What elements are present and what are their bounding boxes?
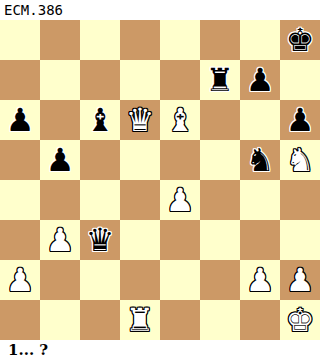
white-pawn[interactable]: ♟ [286,260,315,300]
square-f5[interactable] [200,140,240,180]
square-c8[interactable] [80,20,120,60]
square-a1[interactable] [0,300,40,340]
square-f8[interactable] [200,20,240,60]
diagram-title: ECM.386 [0,0,320,20]
square-a8[interactable] [0,20,40,60]
square-c1[interactable] [80,300,120,340]
square-e5[interactable] [160,140,200,180]
square-g2[interactable]: ♟ [240,260,280,300]
white-pawn[interactable]: ♟ [6,260,35,300]
white-pawn[interactable]: ♟ [166,180,195,220]
square-d6[interactable]: ♛ [120,100,160,140]
square-b4[interactable] [40,180,80,220]
square-e6[interactable]: ♝ [160,100,200,140]
square-b7[interactable] [40,60,80,100]
black-pawn[interactable]: ♟ [6,100,35,140]
square-a5[interactable] [0,140,40,180]
white-bishop[interactable]: ♝ [166,100,195,140]
white-queen[interactable]: ♛ [126,100,155,140]
square-e3[interactable] [160,220,200,260]
square-d7[interactable] [120,60,160,100]
square-c4[interactable] [80,180,120,220]
square-g5[interactable]: ♞ [240,140,280,180]
square-g4[interactable] [240,180,280,220]
black-pawn[interactable]: ♟ [46,140,75,180]
square-c3[interactable]: ♛ [80,220,120,260]
white-pawn[interactable]: ♟ [46,220,75,260]
square-h2[interactable]: ♟ [280,260,320,300]
square-h3[interactable] [280,220,320,260]
square-h4[interactable] [280,180,320,220]
square-c7[interactable] [80,60,120,100]
square-g3[interactable] [240,220,280,260]
square-e8[interactable] [160,20,200,60]
square-e2[interactable] [160,260,200,300]
square-c5[interactable] [80,140,120,180]
black-pawn[interactable]: ♟ [286,100,315,140]
square-a4[interactable] [0,180,40,220]
square-b2[interactable] [40,260,80,300]
square-b8[interactable] [40,20,80,60]
square-b6[interactable] [40,100,80,140]
square-a6[interactable]: ♟ [0,100,40,140]
black-rook[interactable]: ♜ [206,60,235,100]
square-c6[interactable]: ♝ [80,100,120,140]
white-rook[interactable]: ♜ [126,300,155,340]
square-g1[interactable] [240,300,280,340]
square-f6[interactable] [200,100,240,140]
black-queen[interactable]: ♛ [86,220,115,260]
chess-board: ♚♜♟♟♝♛♝♟♟♞♞♟♟♛♟♟♟♜♚ [0,20,320,340]
square-h5[interactable]: ♞ [280,140,320,180]
black-knight[interactable]: ♞ [246,140,275,180]
square-h6[interactable]: ♟ [280,100,320,140]
white-king[interactable]: ♚ [286,300,315,340]
square-b3[interactable]: ♟ [40,220,80,260]
black-pawn[interactable]: ♟ [246,60,275,100]
square-g8[interactable] [240,20,280,60]
square-a7[interactable] [0,60,40,100]
square-h1[interactable]: ♚ [280,300,320,340]
square-d8[interactable] [120,20,160,60]
square-e1[interactable] [160,300,200,340]
square-e7[interactable] [160,60,200,100]
white-knight[interactable]: ♞ [286,140,315,180]
square-g7[interactable]: ♟ [240,60,280,100]
black-king[interactable]: ♚ [286,20,315,60]
square-b5[interactable]: ♟ [40,140,80,180]
square-f3[interactable] [200,220,240,260]
square-h8[interactable]: ♚ [280,20,320,60]
square-h7[interactable] [280,60,320,100]
square-f2[interactable] [200,260,240,300]
square-d4[interactable] [120,180,160,220]
square-g6[interactable] [240,100,280,140]
square-a2[interactable]: ♟ [0,260,40,300]
square-d2[interactable] [120,260,160,300]
white-pawn[interactable]: ♟ [246,260,275,300]
square-f1[interactable] [200,300,240,340]
black-bishop[interactable]: ♝ [86,100,115,140]
chess-diagram-app: ECM.386 ♚♜♟♟♝♛♝♟♟♞♞♟♟♛♟♟♟♜♚ 1... ? [0,0,320,360]
square-d1[interactable]: ♜ [120,300,160,340]
move-prompt: 1... ? [0,340,320,360]
square-e4[interactable]: ♟ [160,180,200,220]
square-a3[interactable] [0,220,40,260]
square-b1[interactable] [40,300,80,340]
square-d3[interactable] [120,220,160,260]
square-c2[interactable] [80,260,120,300]
square-f7[interactable]: ♜ [200,60,240,100]
square-d5[interactable] [120,140,160,180]
square-f4[interactable] [200,180,240,220]
